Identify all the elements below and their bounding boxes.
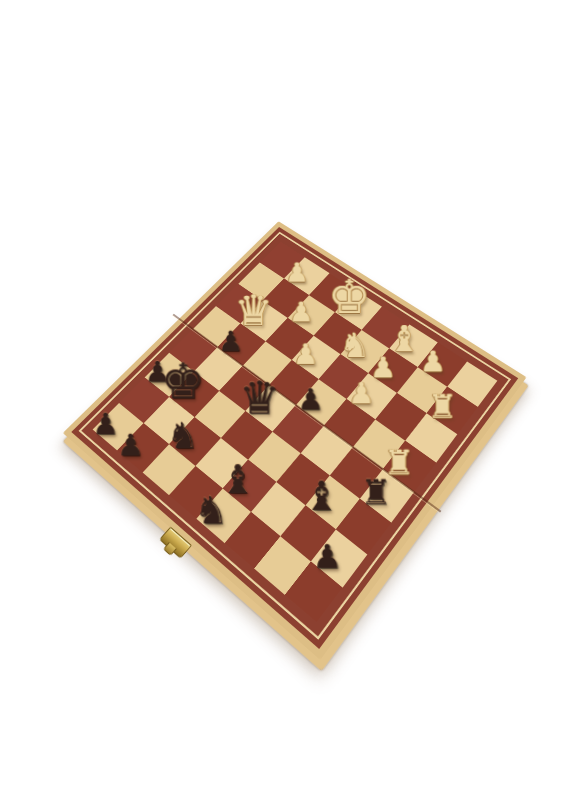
- chess-piece-white-rook: ♜: [420, 390, 465, 423]
- chess-piece-black-pawn: ♟: [83, 410, 128, 439]
- board-border: ♟♚♝♟♟♞♟♜♛♟♟♟♟♜♛♜♟♚♝♞♝♟♟♟♞: [71, 227, 518, 649]
- product-photo: { "game": "chess", "scene": { "descripti…: [0, 0, 587, 800]
- chess-piece-black-pawn: ♟: [136, 358, 179, 386]
- board-square-a8: ♟: [93, 403, 144, 451]
- board-square-g8: [254, 536, 311, 595]
- board-square-h1: [447, 361, 497, 407]
- chess-board: ♟♚♝♟♟♞♟♜♛♟♟♟♟♜♛♜♟♚♝♞♝♟♟♟♞: [63, 221, 527, 660]
- chess-piece-white-rook: ♜: [376, 446, 423, 480]
- chess-set-scene: ♟♚♝♟♟♞♟♜♛♟♟♟♟♜♛♜♟♚♝♞♝♟♟♟♞: [131, 240, 461, 570]
- board-grid: ♟♚♝♟♟♞♟♜♛♟♟♟♟♜♛♜♟♚♝♞♝♟♟♟♞: [93, 242, 498, 623]
